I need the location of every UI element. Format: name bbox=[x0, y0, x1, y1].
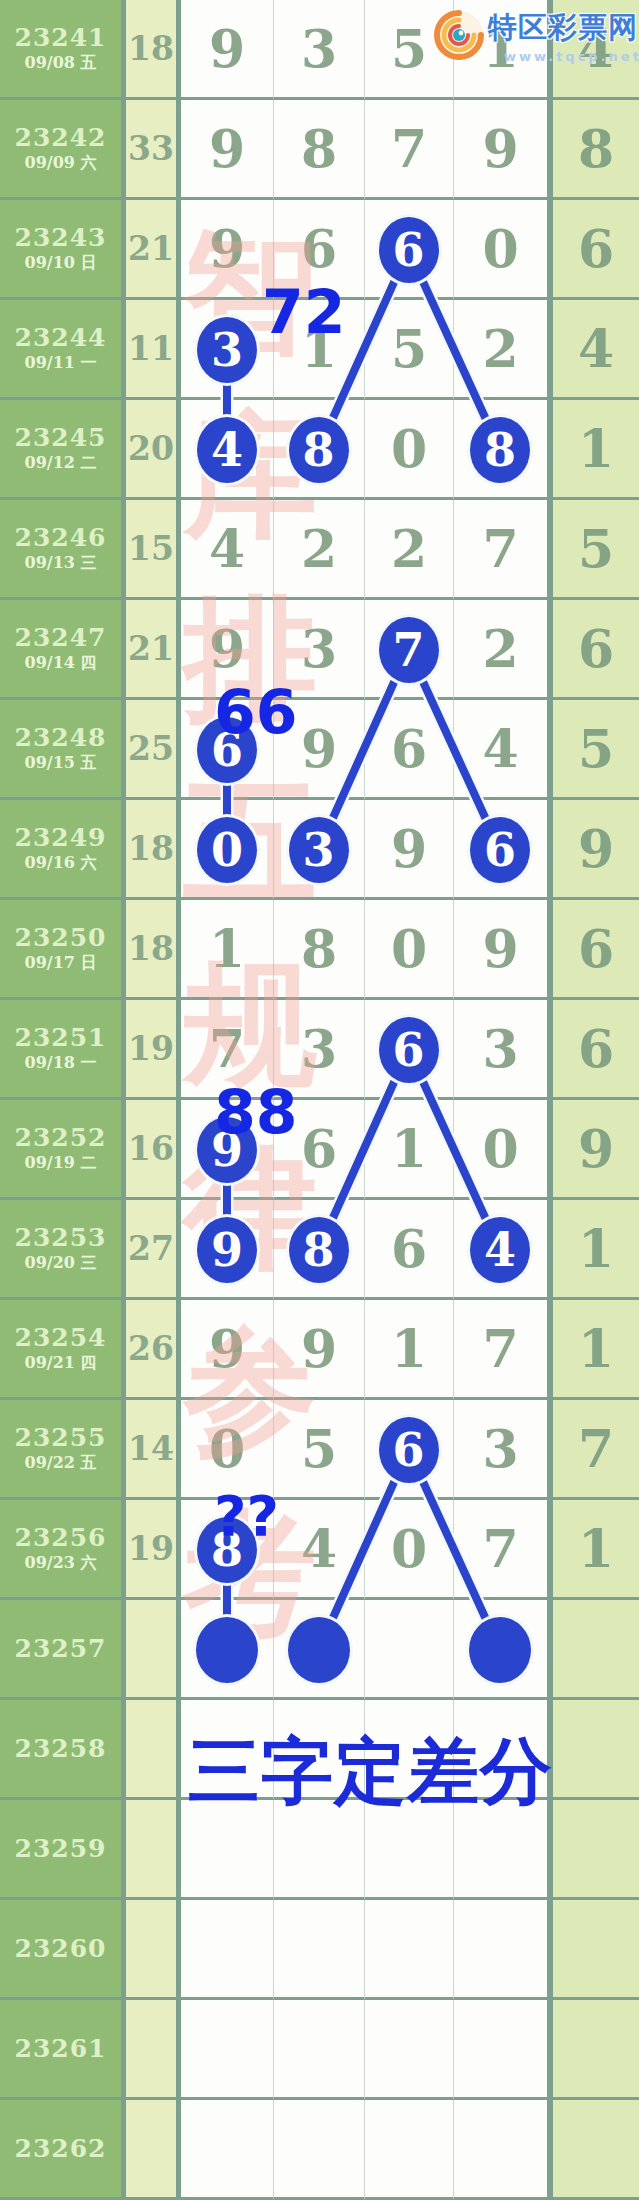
circled-digit-r4-c1: 8 bbox=[286, 414, 352, 486]
circled-digit-r8-c0: 0 bbox=[194, 814, 260, 886]
prediction-label: 三字定差分 bbox=[188, 1724, 553, 1820]
site-name: 特区彩票网 bbox=[488, 8, 639, 48]
annotation-88: 88 bbox=[214, 1082, 298, 1142]
annotation-66: 66 bbox=[214, 682, 298, 742]
annotation-qq: ?? bbox=[214, 1488, 279, 1544]
prediction-dot-c0 bbox=[193, 1614, 261, 1686]
circled-digit-r6-c2: 7 bbox=[376, 614, 442, 686]
pailie5-trend-chart: 2324109/08 五18935142324209/09 六339879823… bbox=[0, 0, 639, 2200]
circled-digit-r8-c3: 6 bbox=[467, 814, 533, 886]
prediction-dot-c1 bbox=[285, 1614, 353, 1686]
circled-digit-r2-c2: 6 bbox=[376, 214, 442, 286]
circled-digit-r8-c1: 3 bbox=[286, 814, 352, 886]
swirl-logo-icon bbox=[434, 8, 484, 62]
site-logo: 特区彩票网 www.tqcp.net bbox=[434, 8, 639, 64]
circled-digit-r4-c0: 4 bbox=[194, 414, 260, 486]
circled-digit-r3-c0: 3 bbox=[194, 314, 260, 386]
annotation-72: 72 bbox=[262, 282, 346, 342]
circled-digit-r12-c0: 9 bbox=[194, 1214, 260, 1286]
circled-digit-r14-c2: 6 bbox=[376, 1414, 442, 1486]
circled-digit-r12-c1: 8 bbox=[286, 1214, 352, 1286]
site-url: www.tqcp.net bbox=[504, 49, 639, 64]
circled-digit-r4-c3: 8 bbox=[467, 414, 533, 486]
circled-digit-r10-c2: 6 bbox=[376, 1014, 442, 1086]
prediction-dot-c3 bbox=[466, 1614, 534, 1686]
circled-digit-r12-c3: 4 bbox=[467, 1214, 533, 1286]
